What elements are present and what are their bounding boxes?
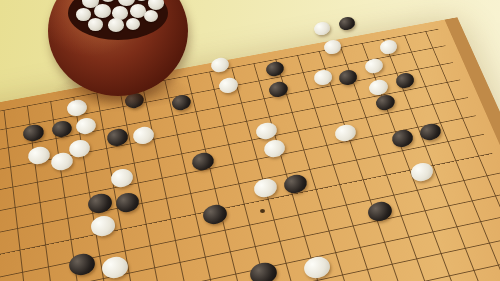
stone-black bbox=[201, 203, 228, 227]
stone-white bbox=[364, 57, 384, 75]
bowl-white-stone bbox=[108, 18, 124, 32]
stone-black bbox=[282, 173, 308, 195]
stone-white bbox=[100, 254, 130, 280]
stone-black bbox=[338, 15, 356, 31]
stone-white bbox=[217, 76, 238, 94]
stone-black bbox=[338, 68, 359, 86]
stone-black bbox=[418, 122, 441, 142]
stone-black bbox=[191, 151, 216, 173]
stone-white bbox=[68, 137, 92, 158]
stone-white bbox=[367, 78, 388, 96]
stone-white bbox=[409, 161, 434, 183]
bowl-white-stone bbox=[76, 8, 91, 21]
stone-black bbox=[115, 190, 142, 213]
stone-white bbox=[313, 68, 334, 86]
bowl-white-stone bbox=[88, 18, 103, 31]
stone-white bbox=[378, 39, 397, 56]
stone-white bbox=[302, 254, 332, 280]
stone-white bbox=[109, 167, 135, 189]
stone-black bbox=[105, 127, 129, 148]
stone-black bbox=[87, 191, 114, 214]
stone-black bbox=[67, 251, 97, 277]
stone-white bbox=[254, 121, 277, 141]
stone-black bbox=[375, 93, 397, 112]
stone-white bbox=[263, 138, 287, 159]
stone-black bbox=[21, 123, 45, 143]
stone-black bbox=[267, 81, 288, 100]
stone-black bbox=[50, 119, 73, 139]
stone-white bbox=[131, 125, 155, 145]
stone-white bbox=[89, 214, 117, 238]
stone-black bbox=[394, 71, 415, 89]
stone-white bbox=[74, 116, 97, 136]
stone-white bbox=[313, 20, 332, 36]
stone-white bbox=[27, 145, 52, 166]
stone-black bbox=[248, 261, 278, 281]
stone-black bbox=[265, 60, 285, 78]
go-game-photo bbox=[0, 0, 500, 281]
stone-white bbox=[210, 56, 230, 74]
stone-black bbox=[390, 128, 414, 149]
stone-white bbox=[322, 39, 341, 56]
bowl-white-stone bbox=[126, 18, 140, 30]
bowl-white-stone bbox=[144, 10, 158, 22]
stone-white bbox=[333, 123, 357, 143]
stone-white bbox=[252, 177, 278, 200]
stone-black bbox=[366, 200, 393, 224]
